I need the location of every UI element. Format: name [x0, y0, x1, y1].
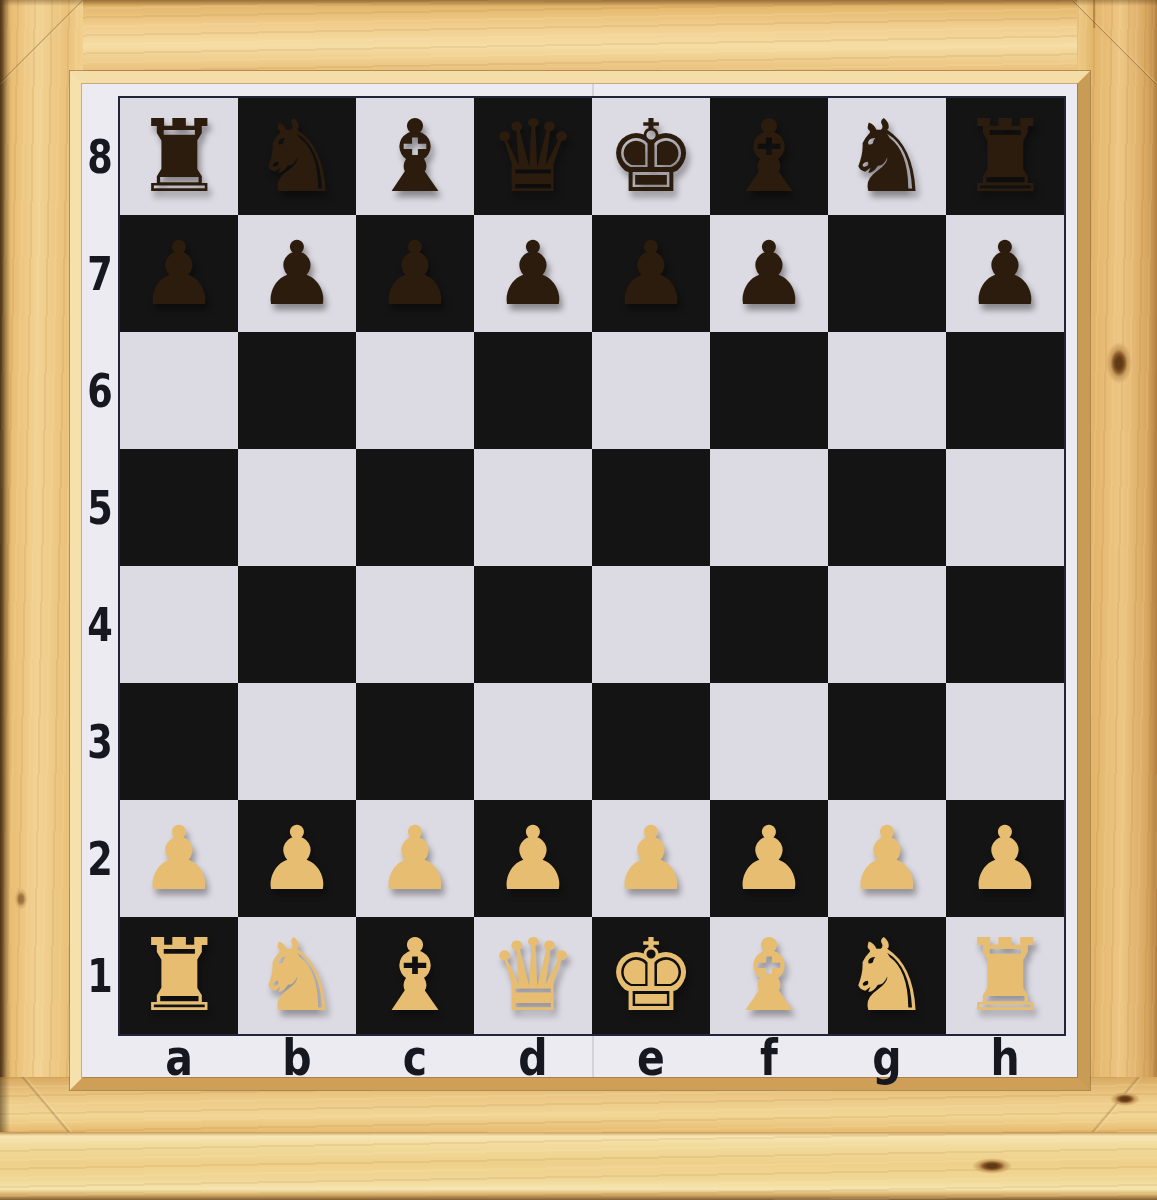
black-pawn[interactable]: ♟	[494, 230, 573, 318]
white-bishop[interactable]: ♝	[724, 926, 814, 1026]
square-h8[interactable]: ♜	[946, 98, 1064, 215]
square-b4[interactable]	[238, 566, 356, 683]
square-a8[interactable]: ♜	[120, 98, 238, 215]
white-pawn[interactable]: ♟	[494, 815, 573, 903]
white-rook[interactable]: ♜	[960, 926, 1050, 1026]
square-h3[interactable]	[946, 683, 1064, 800]
square-h5[interactable]	[946, 449, 1064, 566]
rank-label-7: 7	[86, 215, 114, 332]
square-h7[interactable]: ♟	[946, 215, 1064, 332]
square-h6[interactable]	[946, 332, 1064, 449]
black-knight[interactable]: ♞	[252, 107, 342, 207]
black-rook[interactable]: ♜	[134, 107, 224, 207]
square-b2[interactable]: ♟	[238, 800, 356, 917]
square-d2[interactable]: ♟	[474, 800, 592, 917]
wood-knot	[972, 1158, 1012, 1174]
square-g8[interactable]: ♞	[828, 98, 946, 215]
square-f4[interactable]	[710, 566, 828, 683]
square-d3[interactable]	[474, 683, 592, 800]
square-e3[interactable]	[592, 683, 710, 800]
black-king[interactable]: ♚	[606, 107, 696, 207]
rank-label-8: 8	[86, 98, 114, 215]
rank-label-2: 2	[86, 800, 114, 917]
square-a1[interactable]: ♜	[120, 917, 238, 1034]
board-panel: ♜♞♝♛♚♝♞♜♟♟♟♟♟♟♟♟♟♟♟♟♟♟♟♜♞♝♛♚♝♞♜ 8 7 6 5 …	[82, 84, 1077, 1077]
square-d4[interactable]	[474, 566, 592, 683]
square-b1[interactable]: ♞	[238, 917, 356, 1034]
white-pawn[interactable]: ♟	[966, 815, 1045, 903]
black-pawn[interactable]: ♟	[730, 230, 809, 318]
square-g1[interactable]: ♞	[828, 917, 946, 1034]
square-e2[interactable]: ♟	[592, 800, 710, 917]
square-a5[interactable]	[120, 449, 238, 566]
white-rook[interactable]: ♜	[134, 926, 224, 1026]
square-h2[interactable]: ♟	[946, 800, 1064, 917]
white-pawn[interactable]: ♟	[376, 815, 455, 903]
square-b5[interactable]	[238, 449, 356, 566]
chessboard: ♜♞♝♛♚♝♞♜♟♟♟♟♟♟♟♟♟♟♟♟♟♟♟♜♞♝♛♚♝♞♜	[118, 96, 1066, 1036]
square-a7[interactable]: ♟	[120, 215, 238, 332]
square-d6[interactable]	[474, 332, 592, 449]
square-d7[interactable]: ♟	[474, 215, 592, 332]
black-pawn[interactable]: ♟	[140, 230, 219, 318]
rank-label-6: 6	[86, 332, 114, 449]
square-f2[interactable]: ♟	[710, 800, 828, 917]
black-pawn[interactable]: ♟	[966, 230, 1045, 318]
square-a4[interactable]	[120, 566, 238, 683]
square-f5[interactable]	[710, 449, 828, 566]
file-label-g: g	[839, 1038, 936, 1077]
square-b6[interactable]	[238, 332, 356, 449]
black-bishop[interactable]: ♝	[724, 107, 814, 207]
square-a6[interactable]	[120, 332, 238, 449]
white-bishop[interactable]: ♝	[370, 926, 460, 1026]
white-knight[interactable]: ♞	[842, 926, 932, 1026]
square-b3[interactable]	[238, 683, 356, 800]
black-knight[interactable]: ♞	[842, 107, 932, 207]
rank-label-5: 5	[86, 449, 114, 566]
square-g3[interactable]	[828, 683, 946, 800]
frame-corner-seam	[1093, 0, 1095, 28]
square-c7[interactable]: ♟	[356, 215, 474, 332]
white-king[interactable]: ♚	[606, 926, 696, 1026]
white-pawn[interactable]: ♟	[140, 815, 219, 903]
square-d8[interactable]: ♛	[474, 98, 592, 215]
square-c5[interactable]	[356, 449, 474, 566]
square-c8[interactable]: ♝	[356, 98, 474, 215]
square-b8[interactable]: ♞	[238, 98, 356, 215]
white-pawn[interactable]: ♟	[848, 815, 927, 903]
file-label-c: c	[367, 1038, 464, 1077]
white-queen[interactable]: ♛	[488, 926, 578, 1026]
square-e1[interactable]: ♚	[592, 917, 710, 1034]
white-pawn[interactable]: ♟	[730, 815, 809, 903]
square-c4[interactable]	[356, 566, 474, 683]
rank-label-3: 3	[86, 683, 114, 800]
white-knight[interactable]: ♞	[252, 926, 342, 1026]
square-c6[interactable]	[356, 332, 474, 449]
square-e6[interactable]	[592, 332, 710, 449]
square-c2[interactable]: ♟	[356, 800, 474, 917]
wood-knot	[14, 888, 28, 910]
black-bishop[interactable]: ♝	[370, 107, 460, 207]
file-label-d: d	[485, 1038, 582, 1077]
square-a2[interactable]: ♟	[120, 800, 238, 917]
rank-label-1: 1	[86, 917, 114, 1034]
black-pawn[interactable]: ♟	[376, 230, 455, 318]
square-g5[interactable]	[828, 449, 946, 566]
file-label-b: b	[249, 1038, 346, 1077]
wood-knot	[1106, 342, 1132, 384]
square-a3[interactable]	[120, 683, 238, 800]
square-b7[interactable]: ♟	[238, 215, 356, 332]
black-pawn[interactable]: ♟	[612, 230, 691, 318]
square-g4[interactable]	[828, 566, 946, 683]
square-e5[interactable]	[592, 449, 710, 566]
rank-label-4: 4	[86, 566, 114, 683]
square-c1[interactable]: ♝	[356, 917, 474, 1034]
black-rook[interactable]: ♜	[960, 107, 1050, 207]
square-d5[interactable]	[474, 449, 592, 566]
frame-left-edge-shadow	[0, 0, 10, 1132]
wood-knot	[1110, 1092, 1140, 1106]
square-e7[interactable]: ♟	[592, 215, 710, 332]
square-g6[interactable]	[828, 332, 946, 449]
white-pawn[interactable]: ♟	[612, 815, 691, 903]
white-pawn[interactable]: ♟	[258, 815, 337, 903]
square-c3[interactable]	[356, 683, 474, 800]
file-label-a: a	[131, 1038, 228, 1077]
square-f3[interactable]	[710, 683, 828, 800]
file-label-h: h	[957, 1038, 1054, 1077]
square-f6[interactable]	[710, 332, 828, 449]
black-queen[interactable]: ♛	[488, 107, 578, 207]
square-f1[interactable]: ♝	[710, 917, 828, 1034]
wall-demonstration-chessboard-photo: { "game": "chess", "equipment": "wall-mo…	[0, 0, 1157, 1200]
file-label-e: e	[603, 1038, 700, 1077]
frame-top-edge-shadow	[0, 0, 1157, 6]
black-pawn[interactable]: ♟	[258, 230, 337, 318]
square-f7[interactable]: ♟	[710, 215, 828, 332]
square-h4[interactable]	[946, 566, 1064, 683]
square-f8[interactable]: ♝	[710, 98, 828, 215]
square-e4[interactable]	[592, 566, 710, 683]
file-label-f: f	[721, 1038, 818, 1077]
square-h1[interactable]: ♜	[946, 917, 1064, 1034]
rank-coordinates: 8 7 6 5 4 3 2 1	[82, 98, 118, 1034]
square-e8[interactable]: ♚	[592, 98, 710, 215]
square-g7[interactable]	[828, 215, 946, 332]
square-g2[interactable]: ♟	[828, 800, 946, 917]
file-coordinates: a b c d e f g h	[120, 1038, 1064, 1077]
square-d1[interactable]: ♛	[474, 917, 592, 1034]
